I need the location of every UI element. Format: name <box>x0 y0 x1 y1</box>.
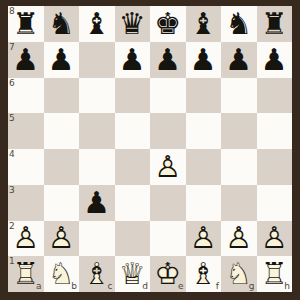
piece-black-queen[interactable]: ♛ <box>115 6 151 42</box>
square-d6[interactable] <box>115 78 151 114</box>
square-b4[interactable] <box>44 149 80 185</box>
square-f7[interactable]: ♟ <box>186 42 222 78</box>
rank-label-8: 8 <box>9 7 15 16</box>
square-h7[interactable]: ♟ <box>257 42 293 78</box>
rank-label-3: 3 <box>9 186 15 195</box>
square-g2[interactable]: ♟♙ <box>221 221 257 257</box>
square-f4[interactable] <box>186 149 222 185</box>
square-a7[interactable]: 7♟ <box>8 42 44 78</box>
square-a2[interactable]: 2♟♙ <box>8 221 44 257</box>
square-d8[interactable]: ♛ <box>115 6 151 42</box>
square-b5[interactable] <box>44 113 80 149</box>
square-c3[interactable]: ♟ <box>79 185 115 221</box>
square-e5[interactable] <box>150 113 186 149</box>
square-g5[interactable] <box>221 113 257 149</box>
square-d7[interactable]: ♟ <box>115 42 151 78</box>
square-e8[interactable]: ♚ <box>150 6 186 42</box>
white-piece-outline: ♙ <box>186 221 222 257</box>
rank-label-1: 1 <box>9 257 15 266</box>
file-label-h: h <box>284 282 290 291</box>
square-c8[interactable]: ♝ <box>79 6 115 42</box>
square-e7[interactable]: ♟ <box>150 42 186 78</box>
rank-label-5: 5 <box>9 114 15 123</box>
square-a3[interactable]: 3 <box>8 185 44 221</box>
square-f3[interactable] <box>186 185 222 221</box>
piece-black-knight[interactable]: ♞ <box>221 6 257 42</box>
file-label-a: a <box>36 282 42 291</box>
piece-white-pawn[interactable]: ♟♙ <box>257 221 293 257</box>
square-b7[interactable]: ♟ <box>44 42 80 78</box>
square-g1[interactable]: g♞♘ <box>221 256 257 292</box>
square-c2[interactable] <box>79 221 115 257</box>
square-b8[interactable]: ♞ <box>44 6 80 42</box>
square-d1[interactable]: d♛♕ <box>115 256 151 292</box>
piece-black-pawn[interactable]: ♟ <box>44 42 80 78</box>
square-a6[interactable]: 6 <box>8 78 44 114</box>
square-e2[interactable] <box>150 221 186 257</box>
file-label-d: d <box>142 282 148 291</box>
file-label-e: e <box>178 282 184 291</box>
file-label-g: g <box>249 282 255 291</box>
square-b3[interactable] <box>44 185 80 221</box>
board-frame: 8♜♞♝♛♚♝♞♜7♟♟♟♟♟♟♟654♟♙3♟2♟♙♟♙♟♙♟♙♟♙1a♜♖b… <box>0 0 300 300</box>
piece-black-pawn[interactable]: ♟ <box>186 42 222 78</box>
square-e1[interactable]: e♚♔ <box>150 256 186 292</box>
piece-white-pawn[interactable]: ♟♙ <box>221 221 257 257</box>
square-a1[interactable]: 1a♜♖ <box>8 256 44 292</box>
piece-black-knight[interactable]: ♞ <box>44 6 80 42</box>
square-b6[interactable] <box>44 78 80 114</box>
square-d4[interactable] <box>115 149 151 185</box>
piece-black-pawn[interactable]: ♟ <box>257 42 293 78</box>
square-g3[interactable] <box>221 185 257 221</box>
piece-white-pawn[interactable]: ♟♙ <box>150 149 186 185</box>
square-c5[interactable] <box>79 113 115 149</box>
square-h2[interactable]: ♟♙ <box>257 221 293 257</box>
square-h5[interactable] <box>257 113 293 149</box>
square-c6[interactable] <box>79 78 115 114</box>
square-a5[interactable]: 5 <box>8 113 44 149</box>
piece-black-king[interactable]: ♚ <box>150 6 186 42</box>
piece-white-pawn[interactable]: ♟♙ <box>186 221 222 257</box>
square-g6[interactable] <box>221 78 257 114</box>
piece-black-pawn[interactable]: ♟ <box>115 42 151 78</box>
square-d5[interactable] <box>115 113 151 149</box>
square-d3[interactable] <box>115 185 151 221</box>
chess-board: 8♜♞♝♛♚♝♞♜7♟♟♟♟♟♟♟654♟♙3♟2♟♙♟♙♟♙♟♙♟♙1a♜♖b… <box>8 6 292 292</box>
square-g7[interactable]: ♟ <box>221 42 257 78</box>
square-h8[interactable]: ♜ <box>257 6 293 42</box>
square-c1[interactable]: c♝♗ <box>79 256 115 292</box>
square-h3[interactable] <box>257 185 293 221</box>
piece-black-pawn[interactable]: ♟ <box>79 185 115 221</box>
square-h1[interactable]: h♜♖ <box>257 256 293 292</box>
square-f5[interactable] <box>186 113 222 149</box>
white-piece-outline: ♙ <box>150 149 186 185</box>
square-h6[interactable] <box>257 78 293 114</box>
square-a8[interactable]: 8♜ <box>8 6 44 42</box>
square-g8[interactable]: ♞ <box>221 6 257 42</box>
square-f6[interactable] <box>186 78 222 114</box>
white-piece-outline: ♙ <box>221 221 257 257</box>
rank-label-4: 4 <box>9 150 15 159</box>
square-e4[interactable]: ♟♙ <box>150 149 186 185</box>
white-piece-outline: ♙ <box>257 221 293 257</box>
square-f1[interactable]: f♝♗ <box>186 256 222 292</box>
square-c4[interactable] <box>79 149 115 185</box>
file-label-f: f <box>216 282 219 291</box>
piece-black-pawn[interactable]: ♟ <box>221 42 257 78</box>
file-label-b: b <box>71 282 77 291</box>
square-h4[interactable] <box>257 149 293 185</box>
square-b1[interactable]: b♞♘ <box>44 256 80 292</box>
square-f8[interactable]: ♝ <box>186 6 222 42</box>
piece-black-bishop[interactable]: ♝ <box>79 6 115 42</box>
square-e3[interactable] <box>150 185 186 221</box>
square-e6[interactable] <box>150 78 186 114</box>
piece-black-rook[interactable]: ♜ <box>257 6 293 42</box>
square-b2[interactable]: ♟♙ <box>44 221 80 257</box>
square-g4[interactable] <box>221 149 257 185</box>
piece-black-pawn[interactable]: ♟ <box>150 42 186 78</box>
piece-black-bishop[interactable]: ♝ <box>186 6 222 42</box>
square-f2[interactable]: ♟♙ <box>186 221 222 257</box>
file-label-c: c <box>108 282 113 291</box>
square-d2[interactable] <box>115 221 151 257</box>
square-a4[interactable]: 4 <box>8 149 44 185</box>
rank-label-2: 2 <box>9 222 15 231</box>
square-c7[interactable] <box>79 42 115 78</box>
rank-label-7: 7 <box>9 43 15 52</box>
piece-white-pawn[interactable]: ♟♙ <box>44 221 80 257</box>
white-piece-outline: ♙ <box>44 221 80 257</box>
rank-label-6: 6 <box>9 79 15 88</box>
